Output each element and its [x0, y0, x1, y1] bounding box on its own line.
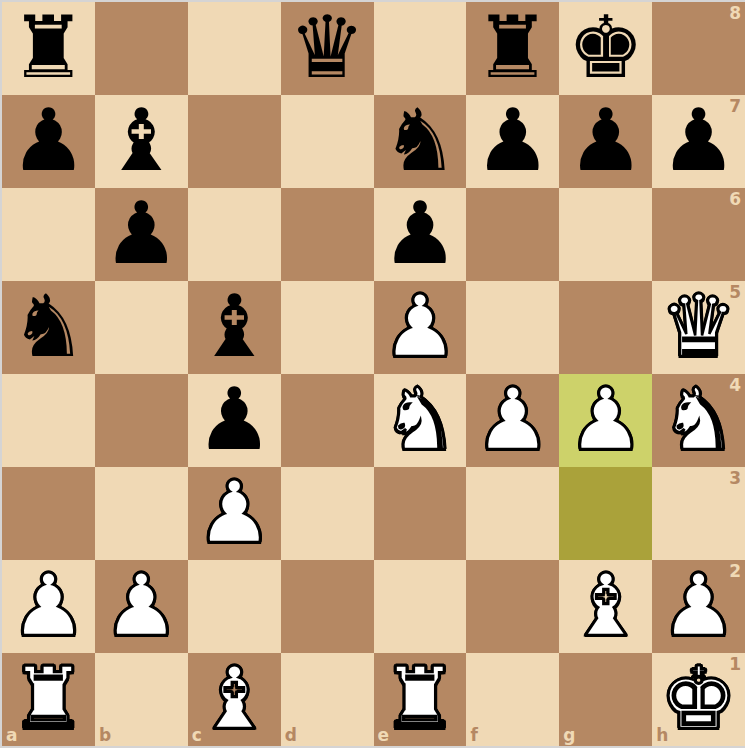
square-a7[interactable]: ♟ — [2, 95, 95, 188]
white-pawn[interactable]: ♟ — [103, 562, 180, 648]
white-bishop[interactable]: ♝ — [567, 562, 644, 648]
black-pawn[interactable]: ♟ — [10, 97, 87, 183]
square-b5[interactable] — [95, 281, 188, 374]
square-a6[interactable] — [2, 188, 95, 281]
square-d2[interactable] — [281, 560, 374, 653]
white-rook[interactable]: ♜ — [381, 655, 458, 741]
rank-label-3: 3 — [729, 470, 741, 487]
white-king[interactable]: ♚ — [660, 655, 737, 741]
square-e7[interactable]: ♞ — [374, 95, 467, 188]
square-g6[interactable] — [559, 188, 652, 281]
square-e1[interactable]: ♜e — [374, 653, 467, 746]
file-label-d: d — [285, 727, 297, 744]
square-b3[interactable] — [95, 467, 188, 560]
square-d5[interactable] — [281, 281, 374, 374]
square-f8[interactable]: ♜ — [466, 2, 559, 95]
square-a1[interactable]: ♜a — [2, 653, 95, 746]
square-e4[interactable]: ♞ — [374, 374, 467, 467]
white-pawn[interactable]: ♟ — [10, 562, 87, 648]
square-f4[interactable]: ♟ — [466, 374, 559, 467]
window-frame: ♜♛♜♚8♟♝♞♟♟♟7♟♟6♞♝♟♛5♟♞♟♟♞4♟3♟♟♝♟2♜ab♝cd♜… — [0, 0, 745, 748]
square-d1[interactable]: d — [281, 653, 374, 746]
white-rook[interactable]: ♜ — [10, 655, 87, 741]
square-d7[interactable] — [281, 95, 374, 188]
square-e6[interactable]: ♟ — [374, 188, 467, 281]
white-pawn[interactable]: ♟ — [660, 562, 737, 648]
square-e5[interactable]: ♟ — [374, 281, 467, 374]
square-d6[interactable] — [281, 188, 374, 281]
black-knight[interactable]: ♞ — [10, 283, 87, 369]
file-label-g: g — [563, 727, 575, 744]
square-b7[interactable]: ♝ — [95, 95, 188, 188]
black-bishop[interactable]: ♝ — [196, 283, 273, 369]
black-pawn[interactable]: ♟ — [567, 97, 644, 183]
white-knight[interactable]: ♞ — [381, 376, 458, 462]
square-b1[interactable]: b — [95, 653, 188, 746]
square-g2[interactable]: ♝ — [559, 560, 652, 653]
white-pawn[interactable]: ♟ — [567, 376, 644, 462]
square-d8[interactable]: ♛ — [281, 2, 374, 95]
square-e3[interactable] — [374, 467, 467, 560]
square-c7[interactable] — [188, 95, 281, 188]
black-bishop[interactable]: ♝ — [103, 97, 180, 183]
black-pawn[interactable]: ♟ — [474, 97, 551, 183]
chess-board: ♜♛♜♚8♟♝♞♟♟♟7♟♟6♞♝♟♛5♟♞♟♟♞4♟3♟♟♝♟2♜ab♝cd♜… — [2, 2, 745, 746]
white-pawn[interactable]: ♟ — [381, 283, 458, 369]
square-c3[interactable]: ♟ — [188, 467, 281, 560]
square-b6[interactable]: ♟ — [95, 188, 188, 281]
square-g3[interactable] — [559, 467, 652, 560]
square-h6[interactable]: 6 — [652, 188, 745, 281]
black-pawn[interactable]: ♟ — [381, 190, 458, 276]
square-f6[interactable] — [466, 188, 559, 281]
rank-label-8: 8 — [729, 5, 741, 22]
white-knight[interactable]: ♞ — [660, 376, 737, 462]
square-c1[interactable]: ♝c — [188, 653, 281, 746]
black-knight[interactable]: ♞ — [381, 97, 458, 183]
black-queen[interactable]: ♛ — [289, 4, 366, 90]
square-c8[interactable] — [188, 2, 281, 95]
black-rook[interactable]: ♜ — [10, 4, 87, 90]
square-e2[interactable] — [374, 560, 467, 653]
square-f2[interactable] — [466, 560, 559, 653]
square-c6[interactable] — [188, 188, 281, 281]
square-f7[interactable]: ♟ — [466, 95, 559, 188]
square-a4[interactable] — [2, 374, 95, 467]
square-f3[interactable] — [466, 467, 559, 560]
square-b8[interactable] — [95, 2, 188, 95]
square-g5[interactable] — [559, 281, 652, 374]
square-g4[interactable]: ♟ — [559, 374, 652, 467]
square-e8[interactable] — [374, 2, 467, 95]
square-d3[interactable] — [281, 467, 374, 560]
white-queen[interactable]: ♛ — [660, 283, 737, 369]
black-pawn[interactable]: ♟ — [103, 190, 180, 276]
square-h7[interactable]: ♟7 — [652, 95, 745, 188]
file-label-b: b — [99, 727, 111, 744]
square-f1[interactable]: f — [466, 653, 559, 746]
black-pawn[interactable]: ♟ — [660, 97, 737, 183]
square-h5[interactable]: ♛5 — [652, 281, 745, 374]
black-king[interactable]: ♚ — [567, 4, 644, 90]
square-h1[interactable]: ♚1h — [652, 653, 745, 746]
black-pawn[interactable]: ♟ — [196, 376, 273, 462]
square-g1[interactable]: g — [559, 653, 652, 746]
square-a8[interactable]: ♜ — [2, 2, 95, 95]
square-h3[interactable]: 3 — [652, 467, 745, 560]
square-b4[interactable] — [95, 374, 188, 467]
square-g8[interactable]: ♚ — [559, 2, 652, 95]
square-a2[interactable]: ♟ — [2, 560, 95, 653]
square-c5[interactable]: ♝ — [188, 281, 281, 374]
square-a3[interactable] — [2, 467, 95, 560]
square-h2[interactable]: ♟2 — [652, 560, 745, 653]
black-rook[interactable]: ♜ — [474, 4, 551, 90]
square-d4[interactable] — [281, 374, 374, 467]
white-bishop[interactable]: ♝ — [196, 655, 273, 741]
square-h4[interactable]: ♞4 — [652, 374, 745, 467]
square-c4[interactable]: ♟ — [188, 374, 281, 467]
square-f5[interactable] — [466, 281, 559, 374]
file-label-f: f — [470, 727, 477, 744]
square-g7[interactable]: ♟ — [559, 95, 652, 188]
square-c2[interactable] — [188, 560, 281, 653]
square-a5[interactable]: ♞ — [2, 281, 95, 374]
rank-label-6: 6 — [729, 191, 741, 208]
white-pawn[interactable]: ♟ — [474, 376, 551, 462]
white-pawn[interactable]: ♟ — [196, 469, 273, 555]
square-b2[interactable]: ♟ — [95, 560, 188, 653]
square-h8[interactable]: 8 — [652, 2, 745, 95]
